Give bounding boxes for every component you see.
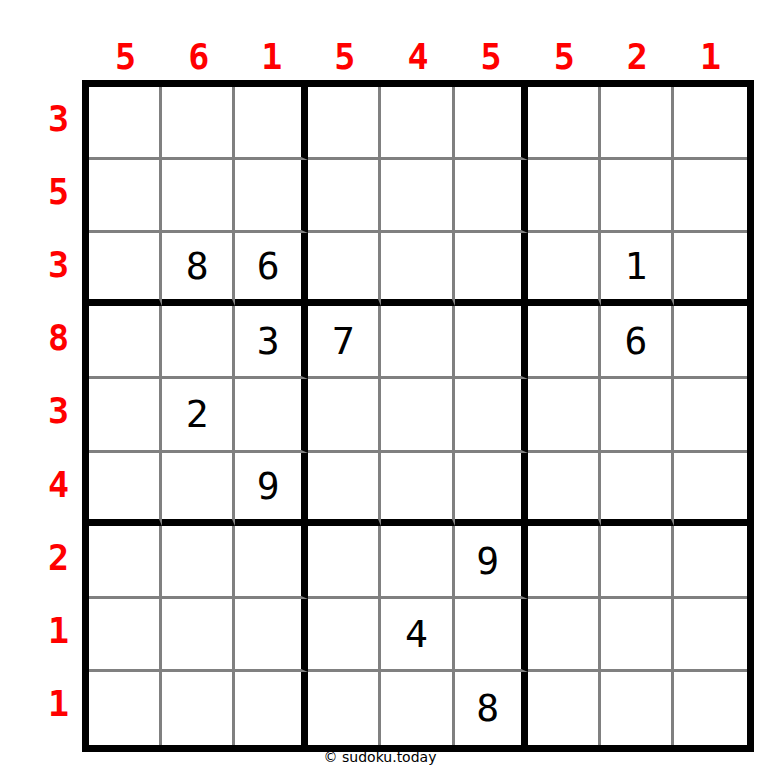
site-credit: © sudoku.today [0,749,760,765]
cell-r6c7[interactable] [528,453,601,526]
cell-r8c2[interactable] [162,599,235,672]
cell-r4c7[interactable] [528,306,601,379]
cell-r3c1[interactable] [89,233,162,306]
cell-r9c1[interactable] [89,672,162,745]
cell-r8c7[interactable] [528,599,601,672]
cell-r5c2-given: 2 [162,379,235,452]
cell-r9c3[interactable] [235,672,308,745]
cell-r8c8[interactable] [601,599,674,672]
cell-r1c7[interactable] [528,87,601,160]
cell-r9c4[interactable] [308,672,381,745]
cell-r8c6[interactable] [455,599,528,672]
left-clue-row6: 4 [48,468,79,511]
sudoku-page: 561545521 353834211 86137629948 © sudoku… [0,0,760,770]
cell-r1c5[interactable] [381,87,454,160]
cell-r3c3-given: 6 [235,233,308,306]
cell-r6c1[interactable] [89,453,162,526]
cell-r8c4[interactable] [308,599,381,672]
top-clue-col5: 4 [381,40,454,78]
cell-r9c6-given: 8 [455,672,528,745]
cell-r7c5[interactable] [381,526,454,599]
cell-r9c9[interactable] [674,672,747,745]
cell-r9c2[interactable] [162,672,235,745]
cell-r8c5-given: 4 [381,599,454,672]
cell-r2c7[interactable] [528,160,601,233]
cell-r3c2-given: 8 [162,233,235,306]
cell-r2c5[interactable] [381,160,454,233]
cell-r3c6[interactable] [455,233,528,306]
cell-r5c8[interactable] [601,379,674,452]
cell-r5c1[interactable] [89,379,162,452]
cell-r4c2[interactable] [162,306,235,379]
cell-r2c8[interactable] [601,160,674,233]
cell-r2c6[interactable] [455,160,528,233]
sudoku-board: 86137629948 [82,80,754,752]
cell-r1c3[interactable] [235,87,308,160]
cell-r6c8[interactable] [601,453,674,526]
cell-r3c4[interactable] [308,233,381,306]
cell-r5c9[interactable] [674,379,747,452]
cell-r2c9[interactable] [674,160,747,233]
cell-r6c2[interactable] [162,453,235,526]
cell-r6c4[interactable] [308,453,381,526]
top-clue-col9: 1 [674,40,747,78]
top-clue-col2: 6 [162,40,235,78]
cell-r7c9[interactable] [674,526,747,599]
cell-r3c5[interactable] [381,233,454,306]
left-clue-row8: 1 [48,614,79,657]
left-clue-row2: 5 [48,175,79,218]
cell-r1c4[interactable] [308,87,381,160]
left-clue-row7: 2 [48,541,79,584]
cell-r6c9[interactable] [674,453,747,526]
cell-r7c8[interactable] [601,526,674,599]
cell-r5c7[interactable] [528,379,601,452]
cell-r9c5[interactable] [381,672,454,745]
cell-r9c8[interactable] [601,672,674,745]
cell-r9c7[interactable] [528,672,601,745]
cell-r6c3-given: 9 [235,453,308,526]
cell-r5c3[interactable] [235,379,308,452]
cell-r3c8-given: 1 [601,233,674,306]
top-clue-col8: 2 [601,40,674,78]
cell-r7c7[interactable] [528,526,601,599]
cell-r2c3[interactable] [235,160,308,233]
left-clues: 353834211 [0,80,79,752]
top-clues: 561545521 [82,0,754,78]
cell-r8c9[interactable] [674,599,747,672]
left-clue-row5: 3 [48,394,79,437]
top-clue-col4: 5 [308,40,381,78]
top-clue-col3: 1 [235,40,308,78]
cell-r2c1[interactable] [89,160,162,233]
cell-r8c3[interactable] [235,599,308,672]
cell-r5c4[interactable] [308,379,381,452]
left-clue-row3: 3 [48,248,79,291]
cell-r1c2[interactable] [162,87,235,160]
cell-r1c8[interactable] [601,87,674,160]
cell-r3c9[interactable] [674,233,747,306]
cell-r4c5[interactable] [381,306,454,379]
cell-r7c4[interactable] [308,526,381,599]
cell-r1c1[interactable] [89,87,162,160]
cell-r5c6[interactable] [455,379,528,452]
cell-r1c9[interactable] [674,87,747,160]
cell-r5c5[interactable] [381,379,454,452]
cell-r6c6[interactable] [455,453,528,526]
cell-r7c1[interactable] [89,526,162,599]
cell-r4c8-given: 6 [601,306,674,379]
top-clue-col6: 5 [455,40,528,78]
cell-r6c5[interactable] [381,453,454,526]
cell-r4c1[interactable] [89,306,162,379]
cell-r4c9[interactable] [674,306,747,379]
cell-r2c2[interactable] [162,160,235,233]
left-clue-row1: 3 [48,102,79,145]
cell-r8c1[interactable] [89,599,162,672]
cell-r7c3[interactable] [235,526,308,599]
top-clue-col7: 5 [528,40,601,78]
cell-r7c2[interactable] [162,526,235,599]
left-clue-row4: 8 [48,321,79,364]
left-clue-row9: 1 [48,687,79,730]
top-clue-col1: 5 [89,40,162,78]
cell-r2c4[interactable] [308,160,381,233]
cell-r4c6[interactable] [455,306,528,379]
cell-r4c4-given: 7 [308,306,381,379]
cell-r4c3-given: 3 [235,306,308,379]
cell-r7c6-given: 9 [455,526,528,599]
cell-r3c7[interactable] [528,233,601,306]
cell-r1c6[interactable] [455,87,528,160]
